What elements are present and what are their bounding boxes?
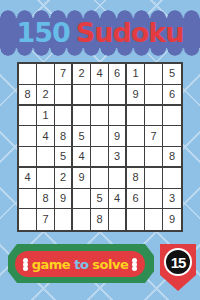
sudoku-cell-r3c9 [163, 106, 181, 127]
footer-ribbon: game to solve [15, 251, 145, 277]
sudoku-cell-r7c4 [73, 189, 91, 210]
sudoku-cell-r4c6: 9 [109, 126, 127, 147]
sudoku-cell-r6c9 [163, 168, 181, 189]
sudoku-cell-r5c2 [37, 147, 55, 168]
sudoku-cell-r2c6 [109, 85, 127, 106]
footer-word-solve: solve [92, 257, 128, 272]
sudoku-cell-r4c4: 5 [73, 126, 91, 147]
sudoku-cell-r7c7: 6 [127, 189, 145, 210]
sudoku-cell-r4c7 [127, 126, 145, 147]
title-word: Sudoku [76, 17, 184, 48]
sudoku-cell-r5c3: 5 [55, 147, 73, 168]
volume-number: 15 [164, 248, 192, 276]
sudoku-cell-r7c9: 3 [163, 189, 181, 210]
sudoku-cell-r3c6 [109, 106, 127, 127]
sudoku-cell-r5c6: 3 [109, 147, 127, 168]
volume-badge: 15 [160, 244, 196, 291]
book-cover: 150Sudoku 724615829614859754384298895463… [0, 0, 200, 300]
sudoku-cell-r2c5 [91, 85, 109, 106]
sudoku-cell-r7c5: 5 [91, 189, 109, 210]
sudoku-cell-r6c6 [109, 168, 127, 189]
sudoku-cell-r1c5: 4 [91, 64, 109, 85]
sudoku-cell-r1c7: 1 [127, 64, 145, 85]
dots-icon [132, 258, 137, 270]
sudoku-cell-r2c1: 8 [19, 85, 37, 106]
sudoku-cell-r5c8 [145, 147, 163, 168]
sudoku-cell-r6c4: 9 [73, 168, 91, 189]
book-title: 150Sudoku [0, 18, 200, 47]
sudoku-cell-r7c3: 9 [55, 189, 73, 210]
sudoku-cell-r1c4: 2 [73, 64, 91, 85]
sudoku-cell-r4c1 [19, 126, 37, 147]
sudoku-cell-r2c2: 2 [37, 85, 55, 106]
sudoku-cell-r5c4: 4 [73, 147, 91, 168]
sudoku-cell-r1c3: 7 [55, 64, 73, 85]
sudoku-cell-r6c2 [37, 168, 55, 189]
sudoku-cell-r6c5 [91, 168, 109, 189]
sudoku-cell-r8c4 [73, 209, 91, 230]
sudoku-cell-r2c4 [73, 85, 91, 106]
sudoku-cell-r1c2 [37, 64, 55, 85]
sudoku-cell-r3c3 [55, 106, 73, 127]
sudoku-cell-r8c9: 9 [163, 209, 181, 230]
sudoku-cell-r8c8 [145, 209, 163, 230]
sudoku-board: 724615829614859754384298895463789 [17, 62, 183, 232]
title-banner: 150Sudoku [0, 18, 200, 48]
sudoku-cell-r5c9: 8 [163, 147, 181, 168]
title-number: 150 [16, 17, 69, 48]
sudoku-cell-r4c9 [163, 126, 181, 147]
sudoku-cell-r2c8 [145, 85, 163, 106]
sudoku-cell-r6c7: 8 [127, 168, 145, 189]
footer-word-to: to [74, 257, 88, 272]
sudoku-cell-r7c1 [19, 189, 37, 210]
dots-icon [23, 258, 28, 270]
sudoku-cell-r2c7: 9 [127, 85, 145, 106]
sudoku-cell-r3c7 [127, 106, 145, 127]
sudoku-cell-r3c1 [19, 106, 37, 127]
sudoku-cell-r5c1 [19, 147, 37, 168]
footer-word-game: game [32, 257, 70, 272]
sudoku-cell-r4c3: 8 [55, 126, 73, 147]
sudoku-cell-r4c2: 4 [37, 126, 55, 147]
sudoku-cell-r7c6: 4 [109, 189, 127, 210]
sudoku-cell-r1c1 [19, 64, 37, 85]
sudoku-cell-r3c4 [73, 106, 91, 127]
sudoku-cell-r2c9: 6 [163, 85, 181, 106]
sudoku-cell-r4c5 [91, 126, 109, 147]
sudoku-cell-r6c3: 2 [55, 168, 73, 189]
sudoku-cell-r7c2: 8 [37, 189, 55, 210]
sudoku-cell-r1c9: 5 [163, 64, 181, 85]
sudoku-cell-r3c8 [145, 106, 163, 127]
sudoku-cell-r4c8: 7 [145, 126, 163, 147]
sudoku-cell-r8c3 [55, 209, 73, 230]
sudoku-cell-r1c8 [145, 64, 163, 85]
sudoku-cell-r8c7 [127, 209, 145, 230]
sudoku-cell-r7c8 [145, 189, 163, 210]
sudoku-cell-r6c8 [145, 168, 163, 189]
sudoku-cell-r1c6: 6 [109, 64, 127, 85]
sudoku-cell-r3c5 [91, 106, 109, 127]
sudoku-cell-r8c2: 7 [37, 209, 55, 230]
sudoku-cell-r8c5: 8 [91, 209, 109, 230]
sudoku-cell-r8c1 [19, 209, 37, 230]
sudoku-cell-r8c6 [109, 209, 127, 230]
sudoku-cell-r2c3 [55, 85, 73, 106]
sudoku-cell-r5c5 [91, 147, 109, 168]
sudoku-cell-r3c2: 1 [37, 106, 55, 127]
sudoku-cell-r6c1: 4 [19, 168, 37, 189]
sudoku-cell-r5c7 [127, 147, 145, 168]
